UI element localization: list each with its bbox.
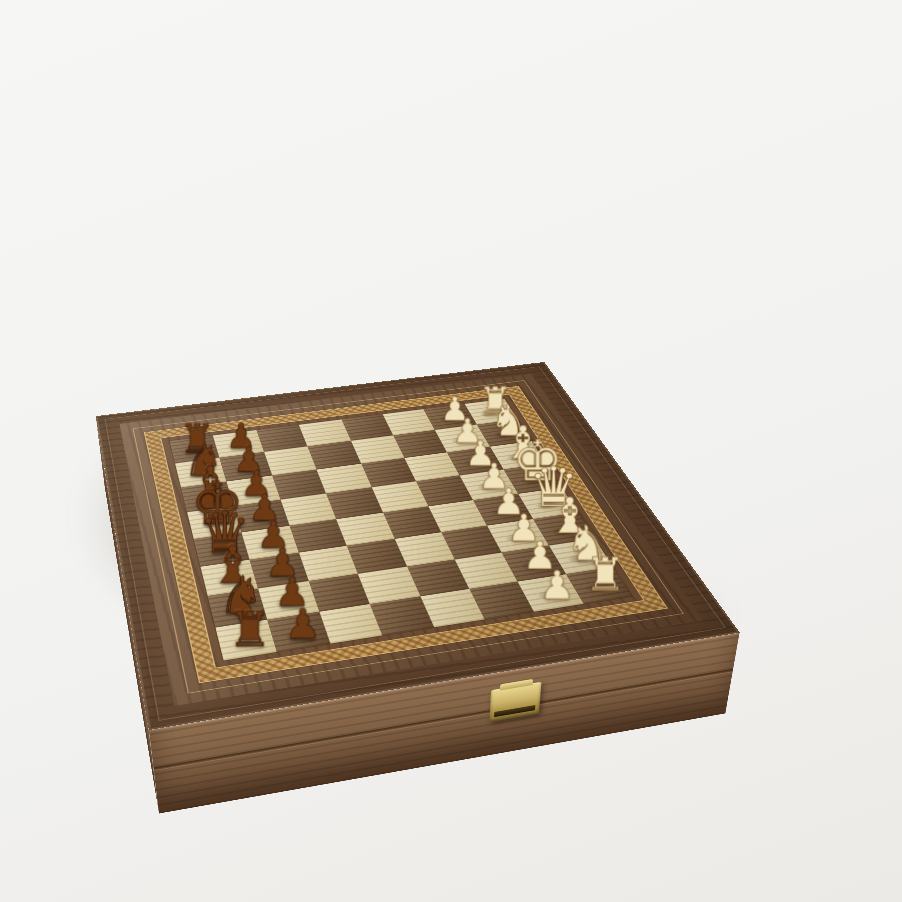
piece-white-pawn[interactable]: ♟	[539, 567, 574, 604]
brass-clasp[interactable]	[489, 682, 541, 722]
piece-dark-pawn[interactable]: ♟	[284, 605, 321, 644]
chess-case: ♜♟♟♜♞♟♟♞♝♟♟♝♚♟♟♚♛♟♟♛♝♟♟♝♞♟♟♞♜♟♟♜	[96, 362, 740, 730]
product-photo-scene: ♜♟♟♜♞♟♟♞♝♟♟♝♚♟♟♚♛♟♟♛♝♟♟♝♞♟♟♞♜♟♟♜	[0, 0, 902, 902]
piece-white-rook[interactable]: ♜	[585, 554, 626, 597]
clasp-slot	[494, 705, 536, 717]
clasp-tab	[500, 679, 533, 691]
piece-dark-rook[interactable]: ♜	[228, 607, 271, 653]
